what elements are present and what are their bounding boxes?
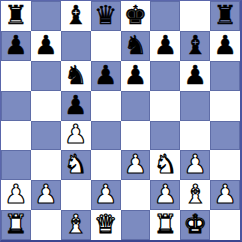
square-b3[interactable] — [31, 150, 61, 180]
square-h5[interactable] — [210, 91, 240, 121]
square-a2[interactable]: ♟ — [1, 180, 31, 210]
square-g1[interactable]: ♚ — [180, 210, 210, 240]
square-d6[interactable]: ♟ — [91, 61, 121, 91]
square-e6[interactable]: ♟ — [121, 61, 151, 91]
square-h2[interactable]: ♟ — [210, 180, 240, 210]
square-f6[interactable] — [150, 61, 180, 91]
black-pawn-h7[interactable]: ♟ — [213, 32, 236, 58]
black-rook-a8[interactable]: ♜ — [4, 2, 27, 28]
square-a7[interactable]: ♟ — [1, 31, 31, 61]
black-pawn-c5[interactable]: ♟ — [64, 92, 87, 118]
square-d5[interactable] — [91, 91, 121, 121]
square-b7[interactable]: ♟ — [31, 31, 61, 61]
square-d3[interactable] — [91, 150, 121, 180]
square-f7[interactable]: ♟ — [150, 31, 180, 61]
black-knight-c6[interactable]: ♞ — [64, 62, 87, 88]
white-bishop-g2[interactable]: ♝ — [184, 181, 207, 207]
black-pawn-e6[interactable]: ♟ — [124, 62, 147, 88]
black-king-e8[interactable]: ♚ — [124, 2, 147, 28]
white-pawn-b2[interactable]: ♟ — [34, 181, 57, 207]
white-knight-f3[interactable]: ♞ — [154, 151, 177, 177]
square-b1[interactable] — [31, 210, 61, 240]
square-g5[interactable] — [180, 91, 210, 121]
square-d8[interactable]: ♛ — [91, 1, 121, 31]
white-rook-a1[interactable]: ♜ — [4, 211, 27, 237]
square-g6[interactable]: ♟ — [180, 61, 210, 91]
square-d7[interactable] — [91, 31, 121, 61]
square-e1[interactable] — [121, 210, 151, 240]
white-pawn-c4[interactable]: ♟ — [64, 121, 87, 147]
square-d2[interactable]: ♟ — [91, 180, 121, 210]
square-h4[interactable] — [210, 121, 240, 151]
white-queen-d1[interactable]: ♛ — [94, 211, 117, 237]
square-b8[interactable] — [31, 1, 61, 31]
black-pawn-a7[interactable]: ♟ — [4, 32, 27, 58]
square-e3[interactable]: ♟ — [121, 150, 151, 180]
square-d1[interactable]: ♛ — [91, 210, 121, 240]
square-c3[interactable]: ♞ — [61, 150, 91, 180]
square-c7[interactable] — [61, 31, 91, 61]
white-pawn-f2[interactable]: ♟ — [154, 181, 177, 207]
white-pawn-a2[interactable]: ♟ — [4, 181, 27, 207]
black-queen-d8[interactable]: ♛ — [94, 2, 117, 28]
square-c4[interactable]: ♟ — [61, 121, 91, 151]
square-a8[interactable]: ♜ — [1, 1, 31, 31]
square-f3[interactable]: ♞ — [150, 150, 180, 180]
black-pawn-b7[interactable]: ♟ — [34, 32, 57, 58]
white-rook-f1[interactable]: ♜ — [154, 211, 177, 237]
white-bishop-c1[interactable]: ♝ — [64, 211, 87, 237]
square-g4[interactable] — [180, 121, 210, 151]
square-h6[interactable] — [210, 61, 240, 91]
square-g8[interactable] — [180, 1, 210, 31]
square-e2[interactable] — [121, 180, 151, 210]
square-h8[interactable]: ♜ — [210, 1, 240, 31]
square-d4[interactable] — [91, 121, 121, 151]
square-a6[interactable] — [1, 61, 31, 91]
square-f4[interactable] — [150, 121, 180, 151]
chess-board: ♜♝♛♚♜♟♟♞♟♝♟♞♟♟♟♟♟♞♟♞♟♟♟♟♟♝♟♜♝♛♜♚ — [0, 0, 242, 242]
square-a3[interactable] — [1, 150, 31, 180]
square-c5[interactable]: ♟ — [61, 91, 91, 121]
square-b2[interactable]: ♟ — [31, 180, 61, 210]
square-e7[interactable]: ♞ — [121, 31, 151, 61]
square-g3[interactable]: ♟ — [180, 150, 210, 180]
square-c2[interactable] — [61, 180, 91, 210]
black-pawn-f7[interactable]: ♟ — [154, 32, 177, 58]
white-pawn-h2[interactable]: ♟ — [213, 181, 236, 207]
square-e8[interactable]: ♚ — [121, 1, 151, 31]
white-pawn-e3[interactable]: ♟ — [124, 151, 147, 177]
square-f5[interactable] — [150, 91, 180, 121]
white-knight-c3[interactable]: ♞ — [64, 151, 87, 177]
square-h7[interactable]: ♟ — [210, 31, 240, 61]
square-f8[interactable] — [150, 1, 180, 31]
square-a1[interactable]: ♜ — [1, 210, 31, 240]
black-bishop-c8[interactable]: ♝ — [64, 2, 87, 28]
square-c6[interactable]: ♞ — [61, 61, 91, 91]
square-b4[interactable] — [31, 121, 61, 151]
square-g7[interactable]: ♝ — [180, 31, 210, 61]
white-king-g1[interactable]: ♚ — [184, 211, 207, 237]
square-f2[interactable]: ♟ — [150, 180, 180, 210]
square-g2[interactable]: ♝ — [180, 180, 210, 210]
square-b5[interactable] — [31, 91, 61, 121]
square-e4[interactable] — [121, 121, 151, 151]
square-a5[interactable] — [1, 91, 31, 121]
square-b6[interactable] — [31, 61, 61, 91]
square-c8[interactable]: ♝ — [61, 1, 91, 31]
square-f1[interactable]: ♜ — [150, 210, 180, 240]
black-pawn-g6[interactable]: ♟ — [184, 62, 207, 88]
black-pawn-d6[interactable]: ♟ — [94, 62, 117, 88]
black-bishop-g7[interactable]: ♝ — [184, 32, 207, 58]
square-c1[interactable]: ♝ — [61, 210, 91, 240]
black-knight-e7[interactable]: ♞ — [124, 32, 147, 58]
square-h3[interactable] — [210, 150, 240, 180]
white-pawn-d2[interactable]: ♟ — [94, 181, 117, 207]
square-a4[interactable] — [1, 121, 31, 151]
square-e5[interactable] — [121, 91, 151, 121]
white-pawn-g3[interactable]: ♟ — [184, 151, 207, 177]
black-rook-h8[interactable]: ♜ — [213, 2, 236, 28]
square-h1[interactable] — [210, 210, 240, 240]
